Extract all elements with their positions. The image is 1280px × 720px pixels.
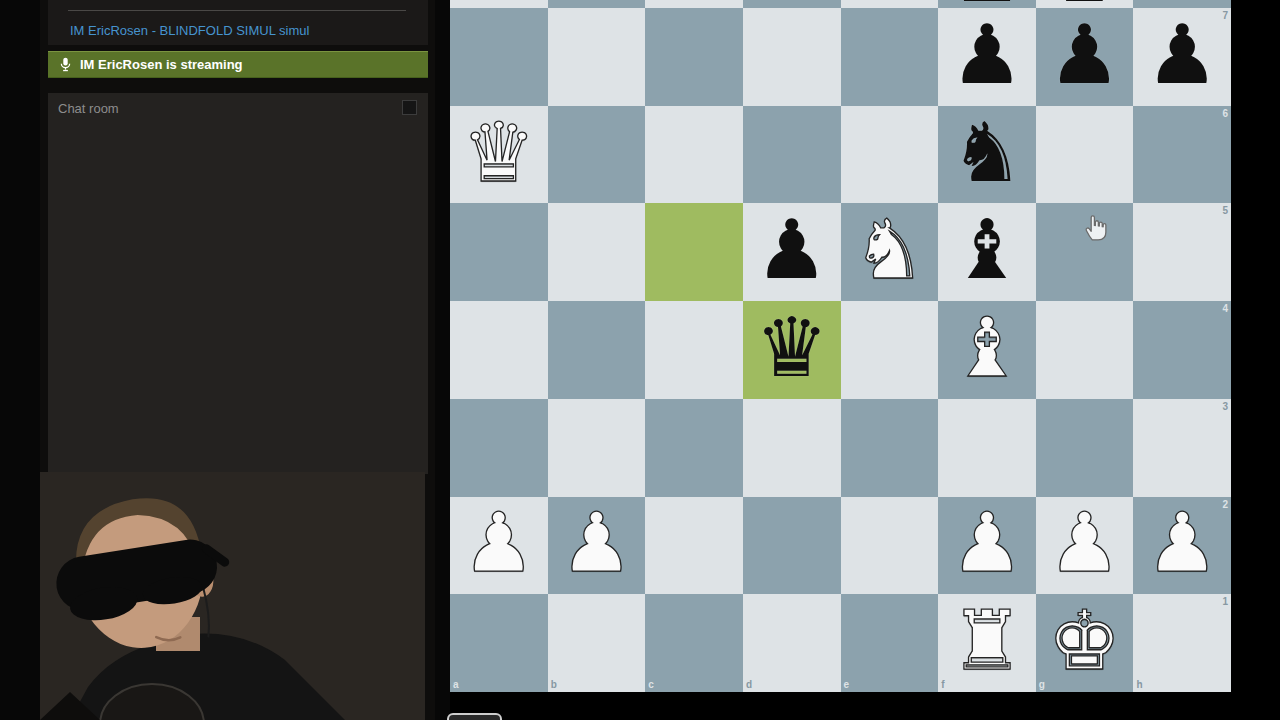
square-d2[interactable] [743,497,841,595]
square-c1[interactable]: c [645,594,743,692]
streaming-banner-label: IM EricRosen is streaming [80,57,243,72]
piece-white-queen-a6[interactable]: ♛ [462,112,536,194]
square-c7[interactable] [645,8,743,106]
square-a5[interactable] [450,203,548,301]
square-a1[interactable]: a [450,594,548,692]
chat-header: Chat room [48,93,428,121]
square-h5[interactable]: 5 [1133,203,1231,301]
square-b1[interactable]: b [548,594,646,692]
square-g7[interactable]: ♟ [1036,8,1134,106]
rank-label-2: 2 [1222,499,1228,510]
divider [68,10,406,11]
sidebar-top-panel: IM EricRosen - BLINDFOLD SIMUL simul [48,0,428,45]
square-d8[interactable] [743,0,841,8]
square-h1[interactable]: h1 [1133,594,1231,692]
square-e4[interactable] [841,301,939,399]
square-f6[interactable]: ♞ [938,106,1036,204]
piece-black-queen-d4[interactable]: ♛ [755,307,829,389]
square-h7[interactable]: ♟7 [1133,8,1231,106]
square-d3[interactable] [743,399,841,497]
square-d6[interactable] [743,106,841,204]
piece-white-pawn-a2[interactable]: ♟ [462,502,536,584]
piece-black-bishop-f5[interactable]: ♝ [950,209,1024,291]
square-h4[interactable]: 4 [1133,301,1231,399]
square-c4[interactable] [645,301,743,399]
lichess-stream-layout: IM EricRosen - BLINDFOLD SIMUL simul IM … [0,0,1280,720]
square-g3[interactable] [1036,399,1134,497]
piece-black-pawn-f7[interactable]: ♟ [950,14,1024,96]
square-h2[interactable]: ♟2 [1133,497,1231,595]
square-c8[interactable] [645,0,743,8]
file-label-b: b [551,679,557,690]
square-g5[interactable] [1036,203,1134,301]
chess-board: ♜♚8♟♟♟7♛♞6♟♞♝5♛♝43♟♟♟♟♟2abcde♜f♚gh1 [450,0,1231,692]
square-b7[interactable] [548,8,646,106]
square-h3[interactable]: 3 [1133,399,1231,497]
piece-white-rook-f1[interactable]: ♜ [950,600,1024,682]
square-b3[interactable] [548,399,646,497]
square-g4[interactable] [1036,301,1134,399]
square-c3[interactable] [645,399,743,497]
square-f4[interactable]: ♝ [938,301,1036,399]
board-viewport: ♜♚8♟♟♟7♛♞6♟♞♝5♛♝43♟♟♟♟♟2abcde♜f♚gh1 [450,0,1231,692]
square-a3[interactable] [450,399,548,497]
square-e1[interactable]: e [841,594,939,692]
file-label-g: g [1039,679,1045,690]
square-e8[interactable] [841,0,939,8]
board-control-button-partial[interactable] [447,713,502,720]
square-a2[interactable]: ♟ [450,497,548,595]
chat-panel: Chat room [48,93,428,474]
rank-label-4: 4 [1222,303,1228,314]
square-b8[interactable] [548,0,646,8]
piece-black-pawn-d5[interactable]: ♟ [755,209,829,291]
file-label-e: e [844,679,850,690]
rank-label-3: 3 [1222,401,1228,412]
square-d4[interactable]: ♛ [743,301,841,399]
square-d5[interactable]: ♟ [743,203,841,301]
file-label-d: d [746,679,752,690]
square-b4[interactable] [548,301,646,399]
square-b2[interactable]: ♟ [548,497,646,595]
square-d1[interactable]: d [743,594,841,692]
square-e3[interactable] [841,399,939,497]
square-f5[interactable]: ♝ [938,203,1036,301]
square-h6[interactable]: 6 [1133,106,1231,204]
square-e7[interactable] [841,8,939,106]
piece-black-knight-f6[interactable]: ♞ [950,112,1024,194]
piece-black-pawn-g7[interactable]: ♟ [1048,14,1122,96]
rank-label-5: 5 [1222,205,1228,216]
piece-white-pawn-h2[interactable]: ♟ [1145,502,1219,584]
square-f2[interactable]: ♟ [938,497,1036,595]
square-c5[interactable] [645,203,743,301]
square-c6[interactable] [645,106,743,204]
piece-white-pawn-b2[interactable]: ♟ [560,502,634,584]
square-g2[interactable]: ♟ [1036,497,1134,595]
piece-black-pawn-h7[interactable]: ♟ [1145,14,1219,96]
piece-white-pawn-g2[interactable]: ♟ [1048,502,1122,584]
square-g6[interactable] [1036,106,1134,204]
microphone-icon [60,57,71,72]
rank-label-7: 7 [1222,10,1228,21]
simul-link[interactable]: IM EricRosen - BLINDFOLD SIMUL simul [70,23,309,38]
file-label-h: h [1136,679,1142,690]
piece-white-king-g1[interactable]: ♚ [1048,600,1122,682]
chat-title: Chat room [58,101,119,116]
piece-white-pawn-f2[interactable]: ♟ [950,502,1024,584]
square-a8[interactable] [450,0,548,8]
square-f7[interactable]: ♟ [938,8,1036,106]
chat-toggle-checkbox[interactable] [402,100,417,115]
file-label-c: c [648,679,654,690]
square-a6[interactable]: ♛ [450,106,548,204]
sidebar: IM EricRosen - BLINDFOLD SIMUL simul IM … [0,0,450,720]
square-f1[interactable]: ♜f [938,594,1036,692]
rank-label-1: 1 [1222,596,1228,607]
square-b5[interactable] [548,203,646,301]
square-f3[interactable] [938,399,1036,497]
rank-label-6: 6 [1222,108,1228,119]
square-e2[interactable] [841,497,939,595]
file-label-f: f [941,679,944,690]
piece-white-knight-e5[interactable]: ♞ [853,209,927,291]
square-a4[interactable] [450,301,548,399]
webcam-view [40,472,425,720]
square-b6[interactable] [548,106,646,204]
square-e6[interactable] [841,106,939,204]
streaming-banner[interactable]: IM EricRosen is streaming [48,51,428,78]
square-a7[interactable] [450,8,548,106]
square-c2[interactable] [645,497,743,595]
square-e5[interactable]: ♞ [841,203,939,301]
square-d7[interactable] [743,8,841,106]
streamer-blindfold-illustration [40,472,425,720]
piece-white-bishop-f4[interactable]: ♝ [950,307,1024,389]
square-g1[interactable]: ♚g [1036,594,1134,692]
file-label-a: a [453,679,459,690]
